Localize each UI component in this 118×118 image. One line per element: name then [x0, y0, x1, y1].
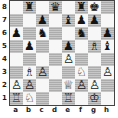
square-d2[interactable]	[49, 79, 62, 92]
file-label-g: g	[87, 106, 100, 117]
chess-diagram: 87654321 ♜♛♜♚♟♝♟♟♟♞♞♟♟♟♗♝♙♗♙♘♙♙♙♕♙♙♖♘♖♔ …	[0, 0, 118, 118]
file-label-a: a	[9, 106, 22, 117]
square-h3[interactable]: ♙	[101, 66, 114, 79]
white-pawn-piece[interactable]: ♙	[76, 79, 87, 92]
rank-label-7: 7	[0, 13, 9, 26]
rank-label-6: 6	[0, 26, 9, 39]
black-pawn-piece[interactable]: ♟	[11, 27, 22, 40]
square-c2[interactable]	[36, 79, 49, 92]
rank-labels: 87654321	[0, 0, 9, 104]
white-pawn-piece[interactable]: ♙	[37, 66, 48, 79]
square-h8[interactable]	[101, 1, 114, 14]
file-label-f: f	[74, 106, 87, 117]
file-label-b: b	[22, 106, 35, 117]
white-pawn-piece[interactable]: ♙	[63, 53, 74, 66]
square-g1[interactable]: ♔	[88, 92, 101, 105]
square-c1[interactable]	[36, 92, 49, 105]
square-d3[interactable]	[49, 66, 62, 79]
square-f1[interactable]	[75, 92, 88, 105]
black-bishop-piece[interactable]: ♝	[63, 14, 74, 27]
square-b1[interactable]: ♘	[23, 92, 36, 105]
white-rook-piece[interactable]: ♖	[11, 92, 22, 105]
square-d8[interactable]: ♛	[49, 1, 62, 14]
black-rook-piece[interactable]: ♜	[24, 1, 35, 14]
square-e7[interactable]: ♝	[62, 14, 75, 27]
square-g5[interactable]: ♗	[88, 40, 101, 53]
rank-label-1: 1	[0, 91, 9, 104]
square-f5[interactable]	[75, 40, 88, 53]
rank-label-2: 2	[0, 78, 9, 91]
rank-label-4: 4	[0, 52, 9, 65]
square-a1[interactable]: ♖	[10, 92, 23, 105]
square-e4[interactable]: ♙	[62, 53, 75, 66]
square-c5[interactable]	[36, 40, 49, 53]
square-g4[interactable]	[88, 53, 101, 66]
square-g7[interactable]: ♟	[88, 14, 101, 27]
black-bishop-piece[interactable]: ♝	[102, 40, 113, 53]
square-b5[interactable]: ♟	[23, 40, 36, 53]
white-pawn-piece[interactable]: ♙	[102, 66, 113, 79]
black-pawn-piece[interactable]: ♟	[24, 40, 35, 53]
square-b8[interactable]: ♜	[23, 1, 36, 14]
square-h2[interactable]	[101, 79, 114, 92]
square-a5[interactable]	[10, 40, 23, 53]
black-knight-piece[interactable]: ♞	[76, 27, 87, 40]
square-e1[interactable]: ♖	[62, 92, 75, 105]
black-queen-piece[interactable]: ♛	[50, 1, 61, 14]
square-d4[interactable]	[49, 53, 62, 66]
file-label-h: h	[100, 106, 113, 117]
chess-board: ♜♛♜♚♟♝♟♟♟♞♞♟♟♟♗♝♙♗♙♘♙♙♙♕♙♙♖♘♖♔	[9, 0, 115, 106]
square-h5[interactable]: ♝	[101, 40, 114, 53]
square-a6[interactable]: ♟	[10, 27, 23, 40]
file-label-d: d	[48, 106, 61, 117]
file-labels: abcdefgh	[9, 106, 113, 117]
square-c6[interactable]: ♞	[36, 27, 49, 40]
square-d7[interactable]	[49, 14, 62, 27]
square-f2[interactable]: ♙	[75, 79, 88, 92]
white-king-piece[interactable]: ♔	[89, 92, 100, 105]
white-knight-piece[interactable]: ♘	[24, 92, 35, 105]
square-d5[interactable]	[49, 40, 62, 53]
black-pawn-piece[interactable]: ♟	[89, 14, 100, 27]
rank-label-3: 3	[0, 65, 9, 78]
square-a4[interactable]	[10, 53, 23, 66]
rank-label-8: 8	[0, 0, 9, 13]
white-rook-piece[interactable]: ♖	[63, 92, 74, 105]
square-d6[interactable]	[49, 27, 62, 40]
square-h1[interactable]	[101, 92, 114, 105]
square-c3[interactable]: ♙	[36, 66, 49, 79]
square-d1[interactable]	[49, 92, 62, 105]
file-label-c: c	[35, 106, 48, 117]
square-b7[interactable]	[23, 14, 36, 27]
file-label-e: e	[61, 106, 74, 117]
square-f6[interactable]: ♞	[75, 27, 88, 40]
rank-label-5: 5	[0, 39, 9, 52]
square-a8[interactable]	[10, 1, 23, 14]
black-knight-piece[interactable]: ♞	[37, 27, 48, 40]
white-bishop-piece[interactable]: ♗	[89, 40, 100, 53]
